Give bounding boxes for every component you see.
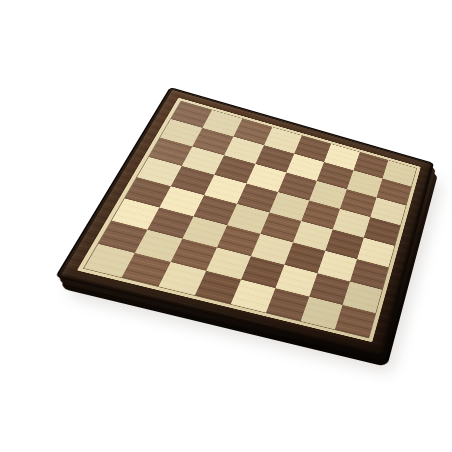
product-photo-scene (0, 0, 452, 452)
